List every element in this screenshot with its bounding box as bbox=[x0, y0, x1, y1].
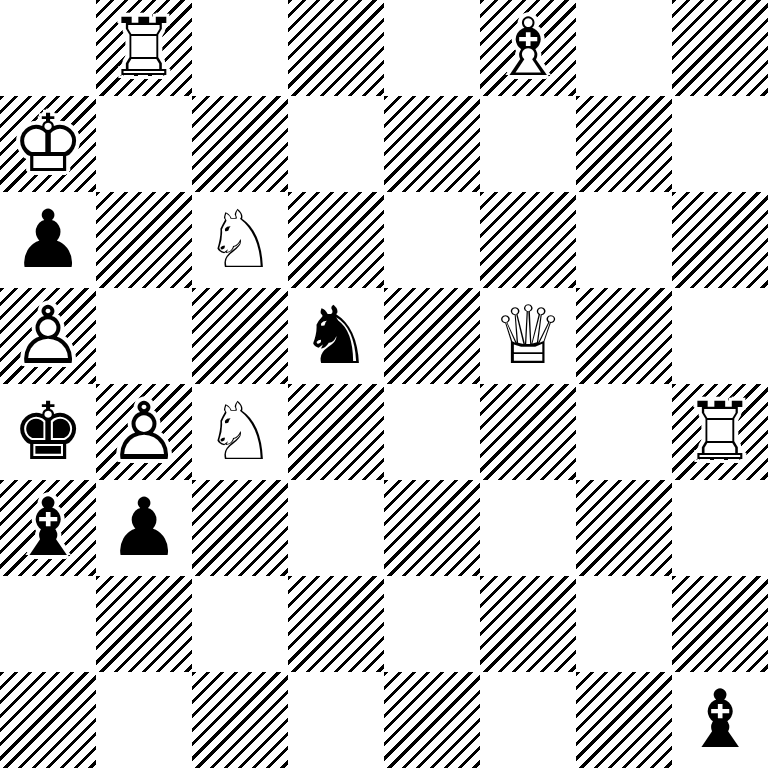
square-c7[interactable] bbox=[192, 96, 288, 192]
black-knight-halo: ♞ bbox=[288, 288, 384, 384]
square-a1[interactable] bbox=[0, 672, 96, 768]
square-h8[interactable] bbox=[672, 0, 768, 96]
black-king-piece: ♚ bbox=[0, 384, 96, 480]
square-h5[interactable] bbox=[672, 288, 768, 384]
black-pawn-piece: ♟ bbox=[96, 480, 192, 576]
square-e1[interactable] bbox=[384, 672, 480, 768]
white-pawn-piece: ♙ bbox=[0, 288, 96, 384]
square-d6[interactable] bbox=[288, 192, 384, 288]
square-f3[interactable] bbox=[480, 480, 576, 576]
white-pawn-piece: ♙ bbox=[96, 384, 192, 480]
square-g7[interactable] bbox=[576, 96, 672, 192]
white-rook-piece: ♖ bbox=[96, 0, 192, 96]
square-f1[interactable] bbox=[480, 672, 576, 768]
square-b6[interactable] bbox=[96, 192, 192, 288]
black-bishop-halo: ♝ bbox=[0, 480, 96, 576]
black-bishop-piece: ♝ bbox=[0, 480, 96, 576]
square-b7[interactable] bbox=[96, 96, 192, 192]
square-a4[interactable]: ♚♚ bbox=[0, 384, 96, 480]
square-h3[interactable] bbox=[672, 480, 768, 576]
square-g3[interactable] bbox=[576, 480, 672, 576]
square-e3[interactable] bbox=[384, 480, 480, 576]
black-pawn-halo: ♟ bbox=[96, 480, 192, 576]
square-a2[interactable] bbox=[0, 576, 96, 672]
square-g5[interactable] bbox=[576, 288, 672, 384]
square-e8[interactable] bbox=[384, 0, 480, 96]
square-c4[interactable]: ♞♘ bbox=[192, 384, 288, 480]
square-h1[interactable]: ♝♝ bbox=[672, 672, 768, 768]
square-h2[interactable] bbox=[672, 576, 768, 672]
black-pawn-halo: ♟ bbox=[0, 192, 96, 288]
square-e2[interactable] bbox=[384, 576, 480, 672]
square-d8[interactable] bbox=[288, 0, 384, 96]
black-king-halo: ♚ bbox=[0, 384, 96, 480]
square-e6[interactable] bbox=[384, 192, 480, 288]
square-a7[interactable]: ♚♔ bbox=[0, 96, 96, 192]
black-bishop-piece: ♝ bbox=[672, 672, 768, 768]
square-a5[interactable]: ♟♙ bbox=[0, 288, 96, 384]
square-d2[interactable] bbox=[288, 576, 384, 672]
square-h4[interactable]: ♜♖ bbox=[672, 384, 768, 480]
square-e7[interactable] bbox=[384, 96, 480, 192]
white-knight-halo: ♞ bbox=[192, 384, 288, 480]
square-b3[interactable]: ♟♟ bbox=[96, 480, 192, 576]
white-rook-piece: ♖ bbox=[672, 384, 768, 480]
square-b5[interactable] bbox=[96, 288, 192, 384]
square-d5[interactable]: ♞♞ bbox=[288, 288, 384, 384]
square-f6[interactable] bbox=[480, 192, 576, 288]
square-c5[interactable] bbox=[192, 288, 288, 384]
square-b1[interactable] bbox=[96, 672, 192, 768]
square-h7[interactable] bbox=[672, 96, 768, 192]
square-e4[interactable] bbox=[384, 384, 480, 480]
white-queen-halo: ♛ bbox=[480, 288, 576, 384]
black-pawn-piece: ♟ bbox=[0, 192, 96, 288]
square-d7[interactable] bbox=[288, 96, 384, 192]
square-a6[interactable]: ♟♟ bbox=[0, 192, 96, 288]
square-c2[interactable] bbox=[192, 576, 288, 672]
square-f8[interactable]: ♝♗ bbox=[480, 0, 576, 96]
square-g8[interactable] bbox=[576, 0, 672, 96]
white-pawn-halo: ♟ bbox=[96, 384, 192, 480]
white-king-halo: ♚ bbox=[0, 96, 96, 192]
square-c3[interactable] bbox=[192, 480, 288, 576]
square-a8[interactable] bbox=[0, 0, 96, 96]
square-h6[interactable] bbox=[672, 192, 768, 288]
square-f2[interactable] bbox=[480, 576, 576, 672]
square-d4[interactable] bbox=[288, 384, 384, 480]
white-knight-halo: ♞ bbox=[192, 192, 288, 288]
square-d1[interactable] bbox=[288, 672, 384, 768]
white-knight-piece: ♘ bbox=[192, 384, 288, 480]
square-c6[interactable]: ♞♘ bbox=[192, 192, 288, 288]
white-bishop-halo: ♝ bbox=[480, 0, 576, 96]
square-g1[interactable] bbox=[576, 672, 672, 768]
square-b8[interactable]: ♜♖ bbox=[96, 0, 192, 96]
square-b2[interactable] bbox=[96, 576, 192, 672]
black-knight-piece: ♞ bbox=[288, 288, 384, 384]
square-g2[interactable] bbox=[576, 576, 672, 672]
black-bishop-halo: ♝ bbox=[672, 672, 768, 768]
square-b4[interactable]: ♟♙ bbox=[96, 384, 192, 480]
white-king-piece: ♔ bbox=[0, 96, 96, 192]
square-f5[interactable]: ♛♕ bbox=[480, 288, 576, 384]
white-bishop-piece: ♗ bbox=[480, 0, 576, 96]
square-g6[interactable] bbox=[576, 192, 672, 288]
square-a3[interactable]: ♝♝ bbox=[0, 480, 96, 576]
white-knight-piece: ♘ bbox=[192, 192, 288, 288]
square-e5[interactable] bbox=[384, 288, 480, 384]
square-d3[interactable] bbox=[288, 480, 384, 576]
square-f7[interactable] bbox=[480, 96, 576, 192]
square-f4[interactable] bbox=[480, 384, 576, 480]
white-queen-piece: ♕ bbox=[480, 288, 576, 384]
white-pawn-halo: ♟ bbox=[0, 288, 96, 384]
chess-board: ♜♖♝♗♚♔♟♟♞♘♟♙♞♞♛♕♚♚♟♙♞♘♜♖♝♝♟♟♝♝ bbox=[0, 0, 768, 768]
white-rook-halo: ♜ bbox=[672, 384, 768, 480]
white-rook-halo: ♜ bbox=[96, 0, 192, 96]
square-g4[interactable] bbox=[576, 384, 672, 480]
square-c8[interactable] bbox=[192, 0, 288, 96]
square-c1[interactable] bbox=[192, 672, 288, 768]
